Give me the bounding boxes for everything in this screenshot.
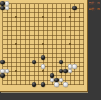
star-point <box>42 43 43 44</box>
black-stone <box>32 60 37 65</box>
white-stone <box>59 78 64 83</box>
grid-line-horizontal <box>3 48 84 49</box>
black-stone <box>32 82 37 87</box>
grid-line-horizontal <box>3 62 84 63</box>
white-stone <box>54 82 59 87</box>
white-stone <box>5 6 10 11</box>
app-window: 黑棋：已提0子 白棋：已提0子 <box>0 0 100 100</box>
white-stone <box>5 69 10 74</box>
go-board[interactable] <box>0 0 88 92</box>
grid-line-horizontal <box>3 75 84 76</box>
star-point <box>15 16 16 17</box>
grid-line-horizontal <box>3 80 84 81</box>
black-stone <box>41 55 46 60</box>
grid-line-vertical <box>56 4 57 85</box>
black-capture-info: 黑棋：已提0子 <box>89 1 101 5</box>
star-point <box>69 43 70 44</box>
white-stone <box>41 64 46 69</box>
black-stone <box>59 60 64 65</box>
grid-line-vertical <box>79 4 80 85</box>
star-point <box>42 16 43 17</box>
star-point <box>15 70 16 71</box>
grid-line-horizontal <box>3 53 84 54</box>
black-stone <box>41 82 46 87</box>
white-stone <box>68 69 73 74</box>
black-stone <box>0 60 5 65</box>
grid-line-vertical <box>83 4 84 85</box>
grid-line-vertical <box>47 4 48 85</box>
side-panel: 黑棋：已提0子 白棋：已提0子 <box>88 0 100 100</box>
white-stone <box>72 64 77 69</box>
white-capture-info: 白棋：已提0子 <box>89 7 101 11</box>
grid-line-vertical <box>74 4 75 85</box>
black-stone <box>72 6 77 11</box>
star-point <box>42 70 43 71</box>
star-point <box>69 16 70 17</box>
white-stone <box>63 82 68 87</box>
star-point <box>15 43 16 44</box>
black-stone <box>0 73 5 78</box>
